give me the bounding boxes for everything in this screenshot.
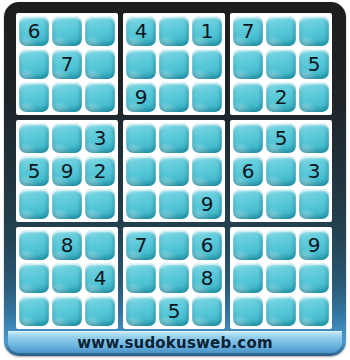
cell-r5c7[interactable]: 6 bbox=[233, 156, 263, 186]
sudoku-grid: 67 419 752 3592 9 563 84 7685 9 bbox=[16, 13, 332, 329]
cell-r7c9[interactable]: 9 bbox=[299, 230, 329, 260]
cell-r8c6[interactable]: 8 bbox=[192, 263, 222, 293]
box-bottom-right: 9 bbox=[230, 227, 332, 329]
cell-r2c7[interactable] bbox=[233, 49, 263, 79]
cell-r6c2[interactable] bbox=[52, 189, 82, 219]
box-bottom-center: 7685 bbox=[123, 227, 225, 329]
cell-r5c9[interactable]: 3 bbox=[299, 156, 329, 186]
cell-r3c1[interactable] bbox=[19, 82, 49, 112]
cell-r3c5[interactable] bbox=[159, 82, 189, 112]
cell-r4c8[interactable]: 5 bbox=[266, 123, 296, 153]
cell-r7c2[interactable]: 8 bbox=[52, 230, 82, 260]
cell-r9c3[interactable] bbox=[85, 296, 115, 326]
cell-r1c8[interactable] bbox=[266, 16, 296, 46]
cell-r4c2[interactable] bbox=[52, 123, 82, 153]
cell-r8c2[interactable] bbox=[52, 263, 82, 293]
sudoku-board: 67 419 752 3592 9 563 84 7685 9 www.sudo… bbox=[4, 2, 346, 356]
footer-url[interactable]: www.sudokusweb.com bbox=[77, 334, 272, 352]
cell-r5c3[interactable]: 2 bbox=[85, 156, 115, 186]
cell-r5c8[interactable] bbox=[266, 156, 296, 186]
cell-r4c1[interactable] bbox=[19, 123, 49, 153]
cell-r5c1[interactable]: 5 bbox=[19, 156, 49, 186]
cell-r9c4[interactable] bbox=[126, 296, 156, 326]
cell-r4c7[interactable] bbox=[233, 123, 263, 153]
box-top-right: 752 bbox=[230, 13, 332, 115]
cell-r9c1[interactable] bbox=[19, 296, 49, 326]
cell-r7c4[interactable]: 7 bbox=[126, 230, 156, 260]
cell-r4c9[interactable] bbox=[299, 123, 329, 153]
cell-r6c5[interactable] bbox=[159, 189, 189, 219]
cell-r5c6[interactable] bbox=[192, 156, 222, 186]
box-middle-center: 9 bbox=[123, 120, 225, 222]
cell-r6c4[interactable] bbox=[126, 189, 156, 219]
cell-r2c5[interactable] bbox=[159, 49, 189, 79]
box-top-left: 67 bbox=[16, 13, 118, 115]
cell-r9c6[interactable] bbox=[192, 296, 222, 326]
cell-r3c3[interactable] bbox=[85, 82, 115, 112]
cell-r8c5[interactable] bbox=[159, 263, 189, 293]
cell-r2c6[interactable] bbox=[192, 49, 222, 79]
cell-r5c2[interactable]: 9 bbox=[52, 156, 82, 186]
cell-r7c5[interactable] bbox=[159, 230, 189, 260]
cell-r3c9[interactable] bbox=[299, 82, 329, 112]
cell-r1c2[interactable] bbox=[52, 16, 82, 46]
cell-r7c1[interactable] bbox=[19, 230, 49, 260]
cell-r8c3[interactable]: 4 bbox=[85, 263, 115, 293]
cell-r8c7[interactable] bbox=[233, 263, 263, 293]
cell-r9c7[interactable] bbox=[233, 296, 263, 326]
cell-r2c4[interactable] bbox=[126, 49, 156, 79]
cell-r6c9[interactable] bbox=[299, 189, 329, 219]
cell-r4c4[interactable] bbox=[126, 123, 156, 153]
cell-r1c7[interactable]: 7 bbox=[233, 16, 263, 46]
cell-r3c6[interactable] bbox=[192, 82, 222, 112]
box-bottom-left: 84 bbox=[16, 227, 118, 329]
cell-r8c4[interactable] bbox=[126, 263, 156, 293]
cell-r5c4[interactable] bbox=[126, 156, 156, 186]
cell-r7c6[interactable]: 6 bbox=[192, 230, 222, 260]
cell-r9c9[interactable] bbox=[299, 296, 329, 326]
cell-r6c8[interactable] bbox=[266, 189, 296, 219]
cell-r1c9[interactable] bbox=[299, 16, 329, 46]
cell-r4c5[interactable] bbox=[159, 123, 189, 153]
cell-r7c7[interactable] bbox=[233, 230, 263, 260]
cell-r2c9[interactable]: 5 bbox=[299, 49, 329, 79]
cell-r6c7[interactable] bbox=[233, 189, 263, 219]
cell-r7c3[interactable] bbox=[85, 230, 115, 260]
cell-r1c3[interactable] bbox=[85, 16, 115, 46]
cell-r6c6[interactable]: 9 bbox=[192, 189, 222, 219]
cell-r6c3[interactable] bbox=[85, 189, 115, 219]
cell-r8c8[interactable] bbox=[266, 263, 296, 293]
box-middle-right: 563 bbox=[230, 120, 332, 222]
cell-r1c5[interactable] bbox=[159, 16, 189, 46]
cell-r9c8[interactable] bbox=[266, 296, 296, 326]
cell-r4c6[interactable] bbox=[192, 123, 222, 153]
cell-r2c1[interactable] bbox=[19, 49, 49, 79]
cell-r5c5[interactable] bbox=[159, 156, 189, 186]
cell-r3c2[interactable] bbox=[52, 82, 82, 112]
cell-r2c8[interactable] bbox=[266, 49, 296, 79]
cell-r2c2[interactable]: 7 bbox=[52, 49, 82, 79]
cell-r7c8[interactable] bbox=[266, 230, 296, 260]
cell-r3c7[interactable] bbox=[233, 82, 263, 112]
cell-r8c1[interactable] bbox=[19, 263, 49, 293]
box-middle-left: 3592 bbox=[16, 120, 118, 222]
cell-r1c1[interactable]: 6 bbox=[19, 16, 49, 46]
cell-r1c4[interactable]: 4 bbox=[126, 16, 156, 46]
footer-band: www.sudokusweb.com bbox=[8, 331, 342, 353]
cell-r2c3[interactable] bbox=[85, 49, 115, 79]
cell-r4c3[interactable]: 3 bbox=[85, 123, 115, 153]
cell-r9c2[interactable] bbox=[52, 296, 82, 326]
cell-r9c5[interactable]: 5 bbox=[159, 296, 189, 326]
cell-r3c4[interactable]: 9 bbox=[126, 82, 156, 112]
cell-r1c6[interactable]: 1 bbox=[192, 16, 222, 46]
cell-r8c9[interactable] bbox=[299, 263, 329, 293]
cell-r3c8[interactable]: 2 bbox=[266, 82, 296, 112]
cell-r6c1[interactable] bbox=[19, 189, 49, 219]
box-top-center: 419 bbox=[123, 13, 225, 115]
